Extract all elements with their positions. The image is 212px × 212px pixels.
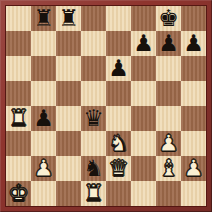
square-h2[interactable]: ♟ <box>181 156 206 181</box>
square-b8[interactable]: ♜ <box>31 6 56 31</box>
square-a7[interactable] <box>6 31 31 56</box>
square-c2[interactable] <box>56 156 81 181</box>
square-e1[interactable] <box>106 181 131 206</box>
piece-black-pawn: ♟ <box>33 106 54 131</box>
piece-black-pawn: ♟ <box>183 31 204 56</box>
square-g6[interactable] <box>156 56 181 81</box>
square-h6[interactable] <box>181 56 206 81</box>
square-d6[interactable] <box>81 56 106 81</box>
square-d5[interactable] <box>81 81 106 106</box>
piece-white-queen: ♛ <box>108 156 129 181</box>
piece-black-king: ♚ <box>158 6 179 31</box>
square-e3[interactable]: ♞ <box>106 131 131 156</box>
square-h5[interactable] <box>181 81 206 106</box>
square-g2[interactable]: ♝ <box>156 156 181 181</box>
square-e7[interactable] <box>106 31 131 56</box>
square-b4[interactable]: ♟ <box>31 106 56 131</box>
piece-black-pawn: ♟ <box>108 56 129 81</box>
chess-board: ♜♜♚♟♟♟♟♜♟♛♞♟♟♞♛♝♟♚♜ <box>6 6 206 206</box>
square-b3[interactable] <box>31 131 56 156</box>
square-f4[interactable] <box>131 106 156 131</box>
square-e6[interactable]: ♟ <box>106 56 131 81</box>
chess-board-frame: ♜♜♚♟♟♟♟♜♟♛♞♟♟♞♛♝♟♚♜ <box>0 0 212 212</box>
square-a3[interactable] <box>6 131 31 156</box>
square-f1[interactable] <box>131 181 156 206</box>
square-e8[interactable] <box>106 6 131 31</box>
piece-white-rook: ♜ <box>8 106 29 131</box>
piece-white-pawn: ♟ <box>183 156 204 181</box>
square-f5[interactable] <box>131 81 156 106</box>
square-c6[interactable] <box>56 56 81 81</box>
square-c3[interactable] <box>56 131 81 156</box>
piece-white-bishop: ♝ <box>158 156 179 181</box>
square-b2[interactable]: ♟ <box>31 156 56 181</box>
square-c7[interactable] <box>56 31 81 56</box>
square-d3[interactable] <box>81 131 106 156</box>
square-g5[interactable] <box>156 81 181 106</box>
square-g7[interactable]: ♟ <box>156 31 181 56</box>
square-b6[interactable] <box>31 56 56 81</box>
piece-white-pawn: ♟ <box>158 131 179 156</box>
piece-black-pawn: ♟ <box>133 31 154 56</box>
square-h3[interactable] <box>181 131 206 156</box>
square-a5[interactable] <box>6 81 31 106</box>
square-d4[interactable]: ♛ <box>81 106 106 131</box>
square-h4[interactable] <box>181 106 206 131</box>
square-a4[interactable]: ♜ <box>6 106 31 131</box>
square-h1[interactable] <box>181 181 206 206</box>
square-c1[interactable] <box>56 181 81 206</box>
square-f6[interactable] <box>131 56 156 81</box>
square-e2[interactable]: ♛ <box>106 156 131 181</box>
square-g3[interactable]: ♟ <box>156 131 181 156</box>
square-b5[interactable] <box>31 81 56 106</box>
square-f3[interactable] <box>131 131 156 156</box>
piece-black-knight: ♞ <box>83 156 104 181</box>
piece-white-rook: ♜ <box>83 181 104 206</box>
piece-white-pawn: ♟ <box>33 156 54 181</box>
square-f7[interactable]: ♟ <box>131 31 156 56</box>
piece-black-pawn: ♟ <box>158 31 179 56</box>
square-g4[interactable] <box>156 106 181 131</box>
square-b1[interactable] <box>31 181 56 206</box>
piece-black-rook: ♜ <box>33 6 54 31</box>
square-g8[interactable]: ♚ <box>156 6 181 31</box>
square-e5[interactable] <box>106 81 131 106</box>
piece-white-king: ♚ <box>8 181 29 206</box>
square-f2[interactable] <box>131 156 156 181</box>
square-a1[interactable]: ♚ <box>6 181 31 206</box>
square-h7[interactable]: ♟ <box>181 31 206 56</box>
square-a8[interactable] <box>6 6 31 31</box>
square-c5[interactable] <box>56 81 81 106</box>
square-h8[interactable] <box>181 6 206 31</box>
square-g1[interactable] <box>156 181 181 206</box>
piece-black-rook: ♜ <box>58 6 79 31</box>
square-c8[interactable]: ♜ <box>56 6 81 31</box>
piece-black-queen: ♛ <box>83 106 104 131</box>
square-a6[interactable] <box>6 56 31 81</box>
square-d2[interactable]: ♞ <box>81 156 106 181</box>
square-a2[interactable] <box>6 156 31 181</box>
square-d7[interactable] <box>81 31 106 56</box>
square-e4[interactable] <box>106 106 131 131</box>
piece-white-knight: ♞ <box>108 131 129 156</box>
square-f8[interactable] <box>131 6 156 31</box>
square-d1[interactable]: ♜ <box>81 181 106 206</box>
square-c4[interactable] <box>56 106 81 131</box>
square-d8[interactable] <box>81 6 106 31</box>
square-b7[interactable] <box>31 31 56 56</box>
